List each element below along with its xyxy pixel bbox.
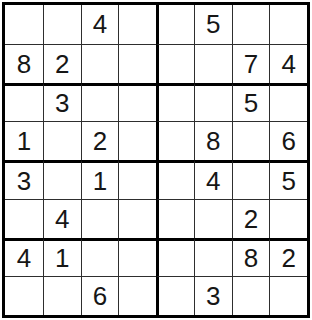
cell-r5c5[interactable] — [156, 160, 194, 199]
cell-r6c3[interactable] — [81, 199, 119, 238]
cell-r3c1[interactable] — [5, 83, 43, 122]
cell-r4c3[interactable]: 2 — [81, 121, 119, 160]
cell-r2c8[interactable]: 4 — [269, 44, 307, 83]
cell-r1c8[interactable] — [269, 5, 307, 44]
cell-r6c1[interactable] — [5, 199, 43, 238]
cell-r4c7[interactable] — [232, 121, 270, 160]
cell-r5c6[interactable]: 4 — [194, 160, 232, 199]
cell-r3c3[interactable] — [81, 83, 119, 122]
cell-r1c5[interactable] — [156, 5, 194, 44]
cell-r2c6[interactable] — [194, 44, 232, 83]
cell-r2c4[interactable] — [118, 44, 156, 83]
cell-r7c3[interactable] — [81, 238, 119, 277]
cell-r4c1[interactable]: 1 — [5, 121, 43, 160]
cell-r7c7[interactable]: 8 — [232, 238, 270, 277]
cell-r4c5[interactable] — [156, 121, 194, 160]
cell-r6c6[interactable] — [194, 199, 232, 238]
cell-r2c7[interactable]: 7 — [232, 44, 270, 83]
cell-r8c2[interactable] — [43, 276, 81, 315]
cell-r4c2[interactable] — [43, 121, 81, 160]
cell-r7c4[interactable] — [118, 238, 156, 277]
cell-r6c8[interactable] — [269, 199, 307, 238]
cell-r7c8[interactable]: 2 — [269, 238, 307, 277]
cell-r2c3[interactable] — [81, 44, 119, 83]
cell-r8c5[interactable] — [156, 276, 194, 315]
cell-r3c7[interactable]: 5 — [232, 83, 270, 122]
cell-r8c8[interactable] — [269, 276, 307, 315]
cell-r1c3[interactable]: 4 — [81, 5, 119, 44]
cell-r4c6[interactable]: 8 — [194, 121, 232, 160]
cell-r7c2[interactable]: 1 — [43, 238, 81, 277]
cell-r3c5[interactable] — [156, 83, 194, 122]
sudoku-board: 458274351286314542418263 — [2, 2, 310, 318]
cell-r8c3[interactable]: 6 — [81, 276, 119, 315]
cell-r5c2[interactable] — [43, 160, 81, 199]
cell-r1c6[interactable]: 5 — [194, 5, 232, 44]
cell-r7c1[interactable]: 4 — [5, 238, 43, 277]
cell-r5c8[interactable]: 5 — [269, 160, 307, 199]
cell-r7c6[interactable] — [194, 238, 232, 277]
cell-r5c4[interactable] — [118, 160, 156, 199]
cell-r2c5[interactable] — [156, 44, 194, 83]
cell-r5c1[interactable]: 3 — [5, 160, 43, 199]
cell-r1c7[interactable] — [232, 5, 270, 44]
cell-r4c8[interactable]: 6 — [269, 121, 307, 160]
cell-r4c4[interactable] — [118, 121, 156, 160]
cell-r3c4[interactable] — [118, 83, 156, 122]
cell-r6c7[interactable]: 2 — [232, 199, 270, 238]
cell-r8c7[interactable] — [232, 276, 270, 315]
cell-r7c5[interactable] — [156, 238, 194, 277]
cell-r2c1[interactable]: 8 — [5, 44, 43, 83]
cell-r8c6[interactable]: 3 — [194, 276, 232, 315]
cell-r8c1[interactable] — [5, 276, 43, 315]
cell-r5c7[interactable] — [232, 160, 270, 199]
cell-r6c5[interactable] — [156, 199, 194, 238]
cell-r5c3[interactable]: 1 — [81, 160, 119, 199]
cell-r1c1[interactable] — [5, 5, 43, 44]
cell-r1c2[interactable] — [43, 5, 81, 44]
cell-r6c2[interactable]: 4 — [43, 199, 81, 238]
cell-r3c8[interactable] — [269, 83, 307, 122]
cell-r3c2[interactable]: 3 — [43, 83, 81, 122]
sudoku-page: 458274351286314542418263 — [0, 0, 312, 320]
cell-r2c2[interactable]: 2 — [43, 44, 81, 83]
cell-r8c4[interactable] — [118, 276, 156, 315]
cell-r3c6[interactable] — [194, 83, 232, 122]
cell-r1c4[interactable] — [118, 5, 156, 44]
cell-r6c4[interactable] — [118, 199, 156, 238]
